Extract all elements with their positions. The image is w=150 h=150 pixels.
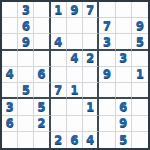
- cell-r5c6-empty[interactable]: [83, 67, 99, 83]
- cell-r9c9-empty[interactable]: [132, 132, 148, 148]
- cell-r1c3-empty[interactable]: [34, 2, 50, 18]
- cell-r9c2-empty[interactable]: [18, 132, 34, 148]
- cell-r1c9-empty[interactable]: [132, 2, 148, 18]
- cell-r2c1-empty[interactable]: [2, 18, 18, 34]
- cell-r7c3-given: 5: [34, 99, 50, 115]
- cell-r1c1-empty[interactable]: [2, 2, 18, 18]
- cell-r3c9-given: 5: [132, 34, 148, 50]
- cell-r8c8-given: 9: [116, 116, 132, 132]
- cell-r8c2-empty[interactable]: [18, 116, 34, 132]
- cell-r3c4-given: 4: [51, 34, 67, 50]
- cell-r7c5-empty[interactable]: [67, 99, 83, 115]
- sudoku-puzzle: 31976799435423469157135166292645: [0, 0, 150, 150]
- cell-r8c5-empty[interactable]: [67, 116, 83, 132]
- cell-r6c6-empty[interactable]: [83, 83, 99, 99]
- cell-r5c2-empty[interactable]: [18, 67, 34, 83]
- cell-r7c2-empty[interactable]: [18, 99, 34, 115]
- cell-r2c7-given: 7: [99, 18, 115, 34]
- cell-r6c1-empty[interactable]: [2, 83, 18, 99]
- cell-r2c5-empty[interactable]: [67, 18, 83, 34]
- cell-r5c4-empty[interactable]: [51, 67, 67, 83]
- cell-r1c4-given: 1: [51, 2, 67, 18]
- cell-r2c6-empty[interactable]: [83, 18, 99, 34]
- cell-r2c2-given: 6: [18, 18, 34, 34]
- cell-r7c1-given: 3: [2, 99, 18, 115]
- cell-r9c8-given: 5: [116, 132, 132, 148]
- sudoku-board: 31976799435423469157135166292645: [0, 0, 150, 150]
- cell-r1c2-given: 3: [18, 2, 34, 18]
- cell-r7c6-given: 1: [83, 99, 99, 115]
- cell-r3c5-empty[interactable]: [67, 34, 83, 50]
- cell-r7c8-given: 6: [116, 99, 132, 115]
- cell-r8c9-empty[interactable]: [132, 116, 148, 132]
- cell-r6c2-given: 5: [18, 83, 34, 99]
- cell-r1c6-given: 7: [83, 2, 99, 18]
- cell-r7c7-empty[interactable]: [99, 99, 115, 115]
- cell-r9c4-given: 2: [51, 132, 67, 148]
- cell-r9c7-empty[interactable]: [99, 132, 115, 148]
- cell-r5c8-empty[interactable]: [116, 67, 132, 83]
- cell-r9c5-given: 6: [67, 132, 83, 148]
- cell-r4c1-empty[interactable]: [2, 51, 18, 67]
- cell-r6c3-empty[interactable]: [34, 83, 50, 99]
- cell-r4c4-empty[interactable]: [51, 51, 67, 67]
- cell-r5c5-empty[interactable]: [67, 67, 83, 83]
- cell-r2c9-given: 9: [132, 18, 148, 34]
- cell-r2c8-empty[interactable]: [116, 18, 132, 34]
- cell-r8c1-given: 6: [2, 116, 18, 132]
- cell-r3c2-given: 9: [18, 34, 34, 50]
- cell-r3c8-empty[interactable]: [116, 34, 132, 50]
- cell-r9c3-empty[interactable]: [34, 132, 50, 148]
- cell-r4c2-empty[interactable]: [18, 51, 34, 67]
- cell-r9c6-given: 4: [83, 132, 99, 148]
- cell-r6c9-empty[interactable]: [132, 83, 148, 99]
- cell-r3c3-empty[interactable]: [34, 34, 50, 50]
- cell-r3c1-empty[interactable]: [2, 34, 18, 50]
- cell-r5c7-given: 9: [99, 67, 115, 83]
- cell-r8c6-empty[interactable]: [83, 116, 99, 132]
- cell-r8c7-empty[interactable]: [99, 116, 115, 132]
- cell-r5c3-given: 6: [34, 67, 50, 83]
- cell-r3c7-given: 3: [99, 34, 115, 50]
- cell-r4c5-given: 4: [67, 51, 83, 67]
- cell-r1c8-empty[interactable]: [116, 2, 132, 18]
- cell-r6c8-empty[interactable]: [116, 83, 132, 99]
- cell-r7c9-empty[interactable]: [132, 99, 148, 115]
- cell-r9c1-empty[interactable]: [2, 132, 18, 148]
- cell-r3c6-empty[interactable]: [83, 34, 99, 50]
- cell-r2c4-empty[interactable]: [51, 18, 67, 34]
- cell-r4c3-empty[interactable]: [34, 51, 50, 67]
- cell-r5c9-given: 1: [132, 67, 148, 83]
- cell-r6c5-given: 1: [67, 83, 83, 99]
- cell-r4c9-empty[interactable]: [132, 51, 148, 67]
- cell-r1c7-empty[interactable]: [99, 2, 115, 18]
- cell-r8c4-empty[interactable]: [51, 116, 67, 132]
- cell-r4c6-given: 2: [83, 51, 99, 67]
- cell-r4c7-empty[interactable]: [99, 51, 115, 67]
- cell-r2c3-empty[interactable]: [34, 18, 50, 34]
- cell-r6c7-empty[interactable]: [99, 83, 115, 99]
- cell-r4c8-given: 3: [116, 51, 132, 67]
- cell-r1c5-given: 9: [67, 2, 83, 18]
- cell-r5c1-given: 4: [2, 67, 18, 83]
- cell-r8c3-given: 2: [34, 116, 50, 132]
- cell-r7c4-empty[interactable]: [51, 99, 67, 115]
- cell-r6c4-given: 7: [51, 83, 67, 99]
